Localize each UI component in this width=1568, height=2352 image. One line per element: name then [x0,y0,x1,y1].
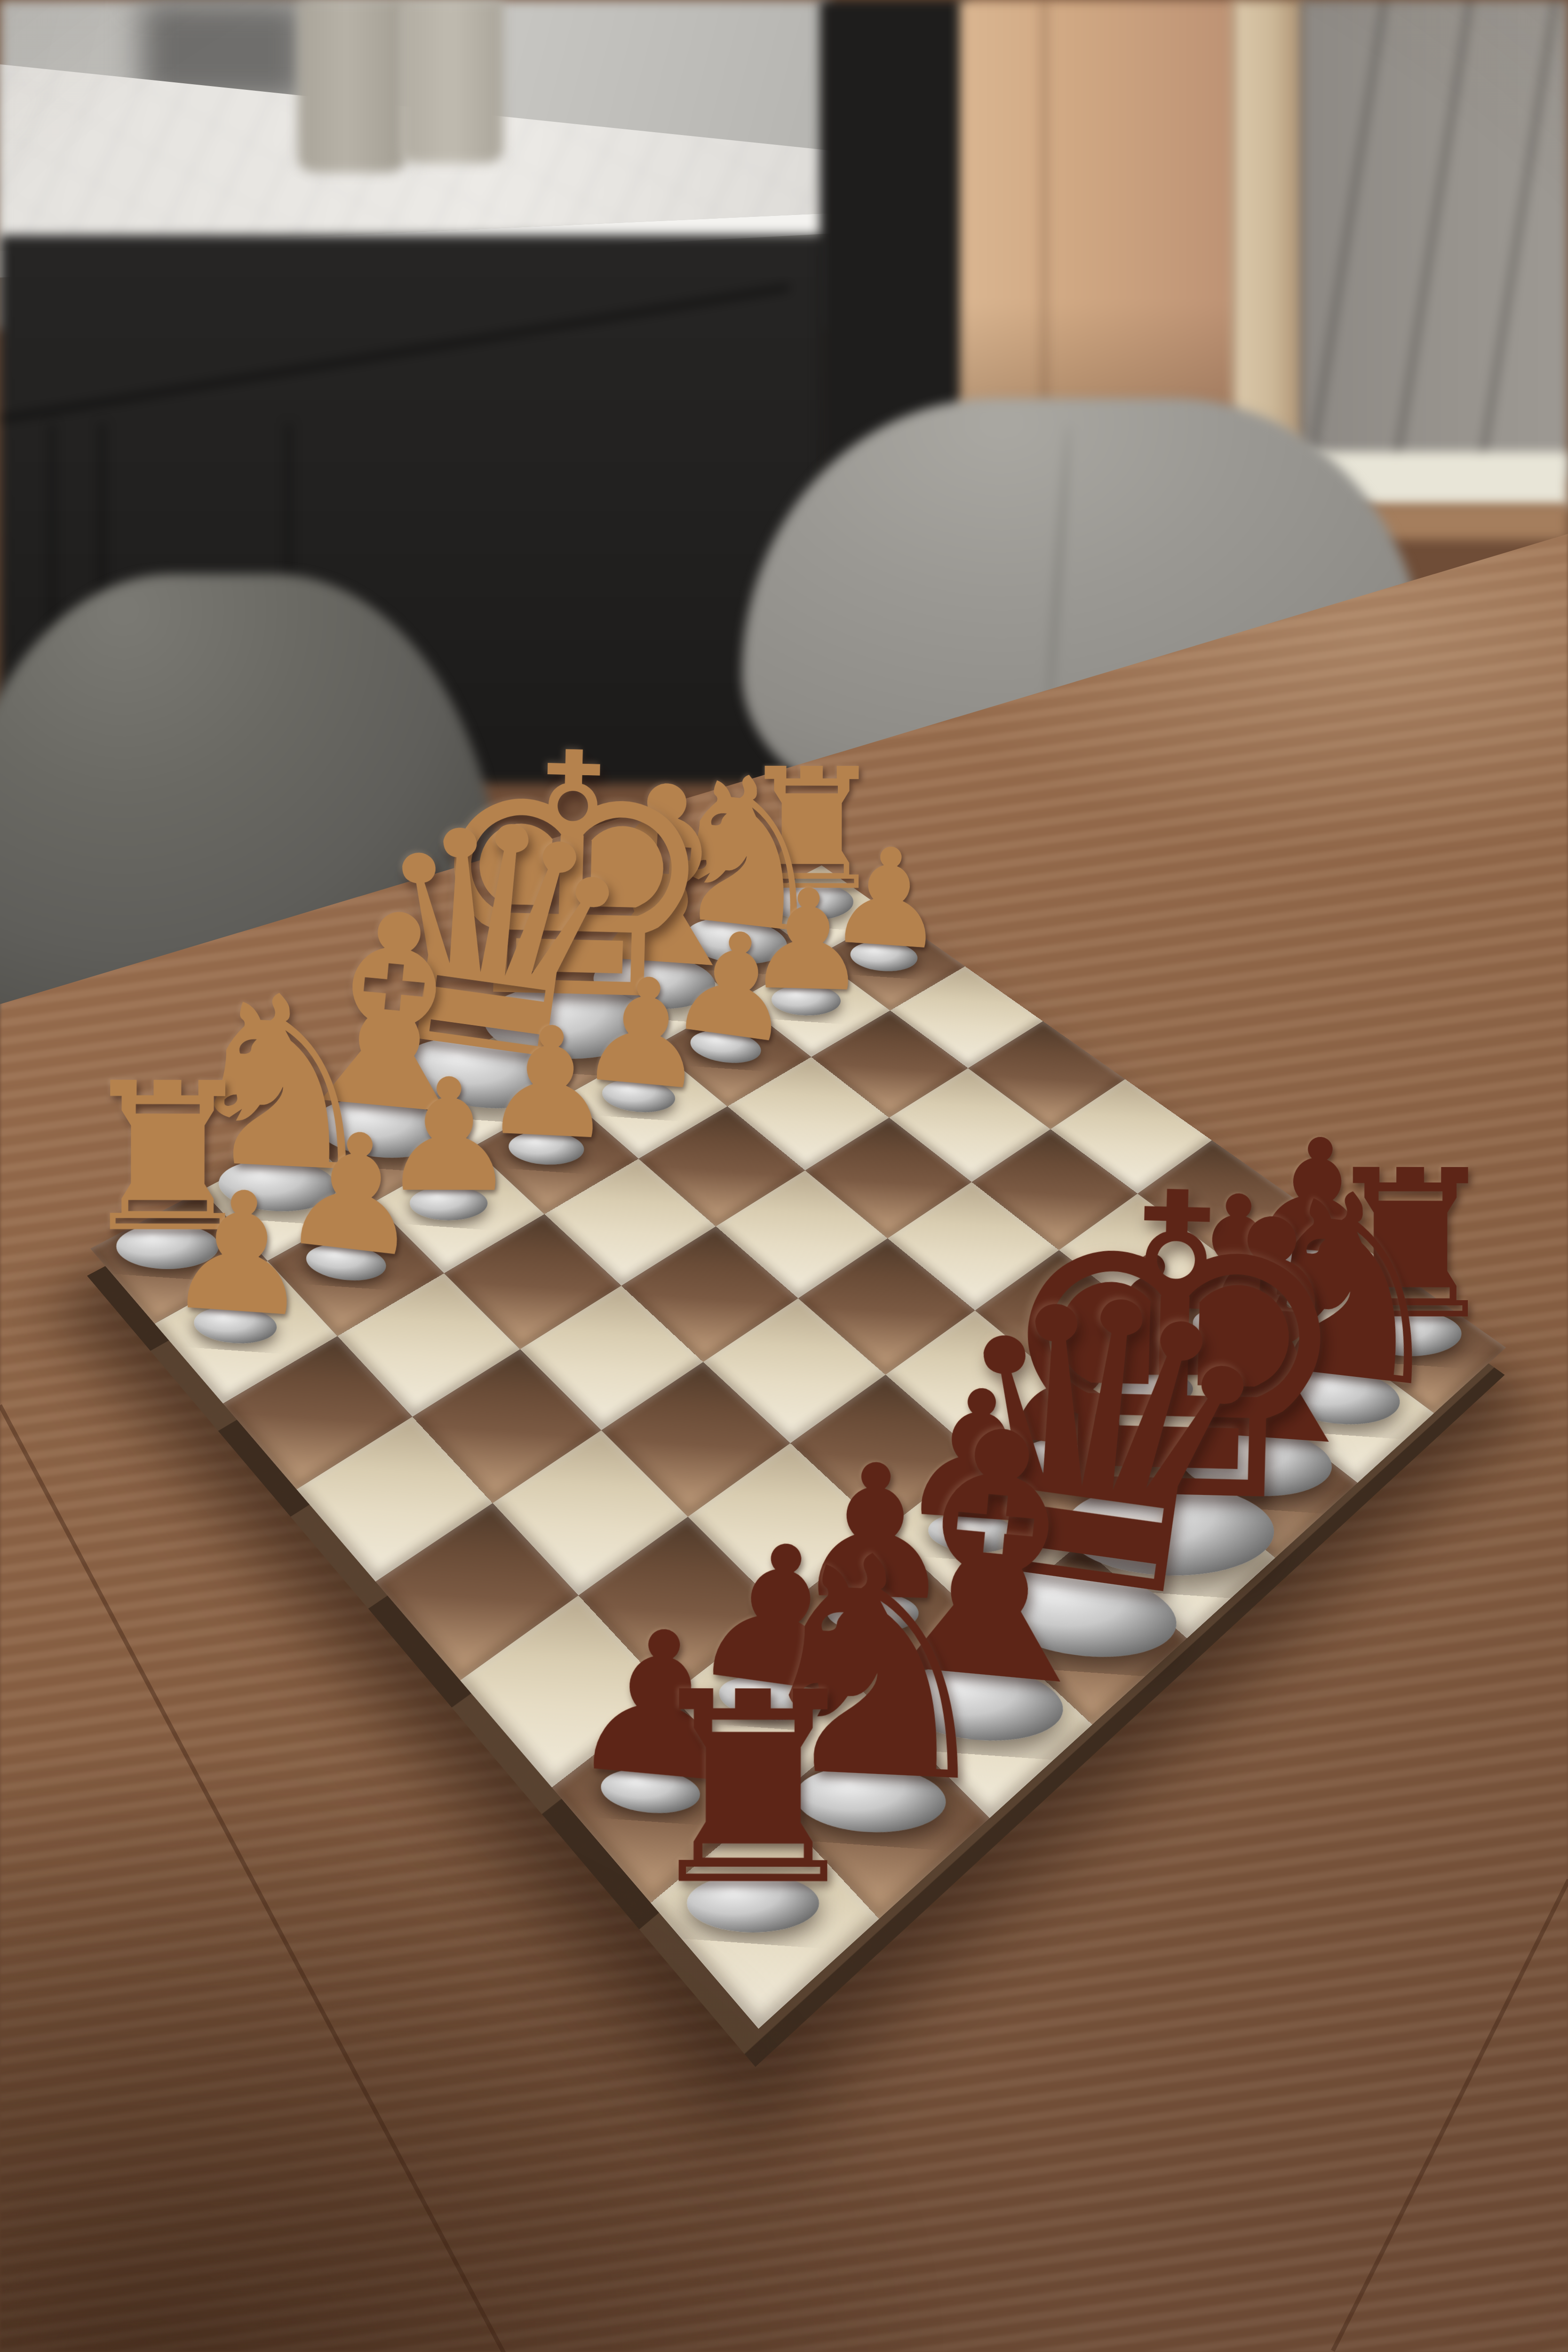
board-tilt: ♜♟♟♜♞♟♟♞♝♟♟♝♚♟♟♚♛♟♟♛♝♟♟♝♞♟♟♞♜♟♟♜ [263,763,1334,1834]
square-f4[interactable] [805,1118,971,1238]
chess-board: ♜♟♟♜♞♟♟♞♝♟♟♝♚♟♟♚♛♟♟♛♝♟♟♝♞♟♟♞♜♟♟♜ [90,866,1506,2029]
white-bishop-f1[interactable]: ♝ [544,748,779,1007]
square-h2[interactable]: ♟ [817,914,965,1010]
square-g1[interactable]: ♞ [668,905,817,1000]
square-a8[interactable]: ♜ [651,1803,879,2029]
square-d3[interactable] [544,1159,716,1286]
board-stage: ♜♟♟♜♞♟♟♞♝♟♟♝♚♟♟♚♛♟♟♛♝♟♟♝♞♟♟♞♜♟♟♜ [0,0,1568,2352]
square-h1[interactable]: ♜ [747,866,891,956]
square-g3[interactable] [811,1010,968,1118]
white-pawn-e2[interactable]: ♟ [573,954,716,1112]
white-pawn-d2[interactable]: ♟ [478,1005,621,1162]
white-pawn-g2[interactable]: ♟ [744,870,872,1011]
white-pawn-f2[interactable]: ♟ [661,907,807,1065]
board-grid: ♜♟♟♜♞♟♟♞♝♟♟♝♚♟♟♚♛♟♟♛♝♟♟♝♞♟♟♞♜♟♟♜ [90,866,1506,2029]
square-e2[interactable]: ♟ [566,1046,727,1159]
square-d2[interactable]: ♟ [472,1095,639,1214]
photo-scene: ♜♟♟♜♞♟♟♞♝♟♟♝♚♟♟♚♛♟♟♛♝♟♟♝♞♟♟♞♜♟♟♜ [0,0,1568,2352]
square-c3[interactable] [444,1214,621,1349]
square-f2[interactable]: ♟ [654,1000,811,1107]
square-e1[interactable]: ♚ [497,989,654,1095]
square-e4[interactable] [716,1170,888,1298]
square-f1[interactable]: ♝ [585,946,738,1046]
square-e3[interactable] [639,1106,805,1226]
black-rook-a8[interactable]: ♜ [635,1658,872,1922]
white-pawn-a2[interactable]: ♟ [160,1166,320,1342]
square-h3[interactable] [890,967,1043,1068]
white-queen-d1[interactable]: ♛ [339,770,655,1113]
square-g2[interactable]: ♟ [738,956,890,1057]
square-f3[interactable] [727,1057,889,1170]
white-pawn-h2[interactable]: ♟ [823,827,953,969]
